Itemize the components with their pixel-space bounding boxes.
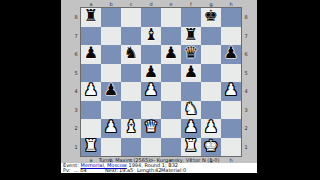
square-h6[interactable]: ♟ xyxy=(221,45,241,64)
square-c6[interactable]: ♞ xyxy=(121,45,141,64)
material-value: 0 xyxy=(183,168,186,173)
square-e6[interactable]: ♟ xyxy=(161,45,181,64)
square-c2[interactable]: ♝ xyxy=(121,119,141,138)
square-g3[interactable] xyxy=(201,101,221,120)
pv-label: Pv: xyxy=(63,168,70,173)
pv-value: ... b4 xyxy=(74,168,87,173)
letterbox-left xyxy=(0,0,61,180)
material-label: Material: xyxy=(161,168,183,173)
square-a4[interactable]: ♟ xyxy=(81,82,101,101)
square-e5[interactable] xyxy=(161,64,181,83)
square-e4[interactable] xyxy=(161,82,181,101)
black-knight-c6: ♞ xyxy=(124,45,138,61)
white-bishop-c2: ♝ xyxy=(124,119,138,135)
white-pawn-a4: ♟ xyxy=(84,82,98,98)
square-f5[interactable]: ♟ xyxy=(181,64,201,83)
square-c5[interactable] xyxy=(121,64,141,83)
black-rook-f7: ♜ xyxy=(184,27,198,43)
black-pawn-f5: ♟ xyxy=(184,64,198,80)
file-label-top-e: e xyxy=(161,1,181,7)
rank-label-left-5: 5 xyxy=(73,64,79,83)
rank-label-left-7: 7 xyxy=(73,27,79,46)
square-h2[interactable] xyxy=(221,119,241,138)
rank-labels-right: 87654321 xyxy=(243,8,249,156)
square-e3[interactable] xyxy=(161,101,181,120)
square-f7[interactable]: ♜ xyxy=(181,27,201,46)
square-d2[interactable]: ♛ xyxy=(141,119,161,138)
black-pawn-e6: ♟ xyxy=(164,45,178,61)
file-label-top-d: d xyxy=(141,1,161,7)
rank-label-right-5: 5 xyxy=(243,64,249,83)
square-a1[interactable]: ♜ xyxy=(81,138,101,157)
square-b3[interactable] xyxy=(101,101,121,120)
white-rook-f1: ♜ xyxy=(184,138,198,154)
chess-board: ♜♚♝♜♟♞♟♛♟♟♟♟♟♟♟♞♟♝♛♟♟♜♜♚ xyxy=(81,8,241,156)
square-e7[interactable] xyxy=(161,27,181,46)
black-pawn-a6: ♟ xyxy=(84,45,98,61)
square-h5[interactable] xyxy=(221,64,241,83)
square-a7[interactable] xyxy=(81,27,101,46)
square-e8[interactable] xyxy=(161,8,181,27)
black-pawn-h6: ♟ xyxy=(224,45,238,61)
square-c4[interactable] xyxy=(121,82,141,101)
white-pawn-g2: ♟ xyxy=(204,119,218,135)
rank-label-left-4: 4 xyxy=(73,82,79,101)
next-move-value: 19.a5 xyxy=(119,168,133,173)
black-king-g8: ♚ xyxy=(204,8,218,24)
square-h1[interactable] xyxy=(221,138,241,157)
square-c1[interactable] xyxy=(121,138,141,157)
black-pawn-d5: ♟ xyxy=(144,64,158,80)
rank-label-right-4: 4 xyxy=(243,82,249,101)
square-e1[interactable] xyxy=(161,138,181,157)
square-a2[interactable] xyxy=(81,119,101,138)
white-pawn-d4: ♟ xyxy=(144,82,158,98)
square-d6[interactable] xyxy=(141,45,161,64)
square-f2[interactable]: ♟ xyxy=(181,119,201,138)
square-b5[interactable] xyxy=(101,64,121,83)
next-move-label: Next: xyxy=(105,168,118,173)
square-b1[interactable] xyxy=(101,138,121,157)
white-knight-f3: ♞ xyxy=(184,101,198,117)
white-pawn-f2: ♟ xyxy=(184,119,198,135)
square-c8[interactable] xyxy=(121,8,141,27)
letterbox-right xyxy=(257,0,320,180)
square-c7[interactable] xyxy=(121,27,141,46)
square-g7[interactable] xyxy=(201,27,221,46)
square-g4[interactable] xyxy=(201,82,221,101)
rank-label-right-8: 8 xyxy=(243,8,249,27)
square-d7[interactable]: ♝ xyxy=(141,27,161,46)
square-g1[interactable]: ♚ xyxy=(201,138,221,157)
square-h8[interactable] xyxy=(221,8,241,27)
square-b7[interactable] xyxy=(101,27,121,46)
square-e2[interactable] xyxy=(161,119,181,138)
black-pawn-b4: ♟ xyxy=(104,82,118,98)
rank-label-right-1: 1 xyxy=(243,138,249,157)
square-d3[interactable] xyxy=(141,101,161,120)
rank-labels-left: 87654321 xyxy=(73,8,79,156)
square-f6[interactable]: ♛ xyxy=(181,45,201,64)
rank-label-left-2: 2 xyxy=(73,119,79,138)
white-queen-d2: ♛ xyxy=(144,119,158,135)
square-b2[interactable]: ♟ xyxy=(101,119,121,138)
square-b8[interactable] xyxy=(101,8,121,27)
white-pawn-b2: ♟ xyxy=(104,119,118,135)
square-d1[interactable] xyxy=(141,138,161,157)
square-g8[interactable]: ♚ xyxy=(201,8,221,27)
square-a6[interactable]: ♟ xyxy=(81,45,101,64)
square-f3[interactable]: ♞ xyxy=(181,101,201,120)
black-queen-f6: ♛ xyxy=(184,45,198,61)
square-g5[interactable] xyxy=(201,64,221,83)
square-h7[interactable] xyxy=(221,27,241,46)
white-king-g1: ♚ xyxy=(204,138,218,154)
white-rook-a1: ♜ xyxy=(84,138,98,154)
file-label-top-f: f xyxy=(181,1,201,7)
rank-label-left-6: 6 xyxy=(73,45,79,64)
rank-label-right-3: 3 xyxy=(243,101,249,120)
rank-label-right-7: 7 xyxy=(243,27,249,46)
game-info-strip: Event: Memorial, Moscow 1994, Round 1; B… xyxy=(61,163,257,173)
square-f4[interactable] xyxy=(181,82,201,101)
square-a8[interactable]: ♜ xyxy=(81,8,101,27)
file-label-top-h: h xyxy=(221,1,241,7)
square-d8[interactable] xyxy=(141,8,161,27)
white-pawn-h4: ♟ xyxy=(224,82,238,98)
square-f1[interactable]: ♜ xyxy=(181,138,201,157)
rank-label-left-8: 8 xyxy=(73,8,79,27)
square-c3[interactable] xyxy=(121,101,141,120)
rank-label-left-1: 1 xyxy=(73,138,79,157)
square-g2[interactable]: ♟ xyxy=(201,119,221,138)
square-b6[interactable] xyxy=(101,45,121,64)
square-h4[interactable]: ♟ xyxy=(221,82,241,101)
square-b4[interactable]: ♟ xyxy=(101,82,121,101)
length-label: Length: xyxy=(137,168,156,173)
rank-label-right-2: 2 xyxy=(243,119,249,138)
black-bishop-d7: ♝ xyxy=(144,27,158,43)
file-label-top-b: b xyxy=(101,1,121,7)
square-h3[interactable] xyxy=(221,101,241,120)
square-f8[interactable] xyxy=(181,8,201,27)
square-d4[interactable]: ♟ xyxy=(141,82,161,101)
square-a3[interactable] xyxy=(81,101,101,120)
rank-label-right-6: 6 xyxy=(243,45,249,64)
rank-label-left-3: 3 xyxy=(73,101,79,120)
square-a5[interactable] xyxy=(81,64,101,83)
chess-diagram-pane: abcdefgh 87654321 ♜♚♝♜♟♞♟♛♟♟♟♟♟♟♟♞♟♝♛♟♟♜… xyxy=(61,0,257,173)
square-g6[interactable] xyxy=(201,45,221,64)
file-label-top-c: c xyxy=(121,1,141,7)
black-rook-a8: ♜ xyxy=(84,8,98,24)
square-d5[interactable]: ♟ xyxy=(141,64,161,83)
